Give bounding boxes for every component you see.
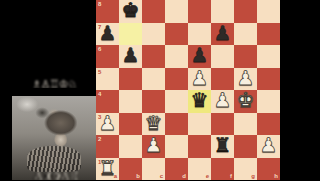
rank-label-6: 6 [98, 46, 101, 52]
piece-wp-f4[interactable]: ♟ [214, 90, 232, 110]
square-h6[interactable] [257, 45, 280, 68]
square-h1[interactable]: h [257, 158, 280, 181]
piece-wq-c3[interactable]: ♛ [145, 113, 163, 133]
square-d7[interactable] [165, 23, 188, 46]
square-c7[interactable] [142, 23, 165, 46]
square-c8[interactable] [142, 0, 165, 23]
square-a6[interactable]: 6 [96, 45, 119, 68]
square-c1[interactable]: c [142, 158, 165, 181]
square-g7[interactable] [234, 23, 257, 46]
square-b8[interactable]: ♚ [119, 0, 142, 23]
square-d3[interactable] [165, 113, 188, 136]
piece-wp-a3[interactable]: ♟ [99, 113, 117, 133]
square-f8[interactable] [211, 0, 234, 23]
square-a1[interactable]: 1a♜ [96, 158, 119, 181]
file-label-d: d [182, 173, 186, 179]
piece-bp-e6[interactable]: ♟ [191, 45, 209, 65]
square-c4[interactable] [142, 90, 165, 113]
file-label-e: e [206, 173, 209, 179]
square-e4[interactable]: ♛ [188, 90, 211, 113]
square-d4[interactable] [165, 90, 188, 113]
square-b2[interactable] [119, 135, 142, 158]
piece-wp-c2[interactable]: ♟ [145, 135, 163, 155]
piece-bp-b6[interactable]: ♟ [122, 45, 140, 65]
square-f1[interactable]: f [211, 158, 234, 181]
square-a4[interactable]: 4 [96, 90, 119, 113]
file-label-f: f [230, 173, 232, 179]
file-label-c: c [160, 173, 163, 179]
piece-wk-g4[interactable]: ♚ [237, 90, 255, 110]
rank-label-2: 2 [98, 136, 101, 142]
square-e3[interactable] [188, 113, 211, 136]
rank-label-5: 5 [98, 69, 101, 75]
square-b1[interactable]: b [119, 158, 142, 181]
square-d2[interactable] [165, 135, 188, 158]
square-b5[interactable] [119, 68, 142, 91]
piece-wp-g5[interactable]: ♟ [237, 68, 255, 88]
square-c2[interactable]: ♟ [142, 135, 165, 158]
square-h7[interactable] [257, 23, 280, 46]
photo-chess-pieces-top: ♗♙♖♔♘ [12, 79, 96, 88]
player-photo-bottom: ♙♜♚♙♖ [12, 96, 96, 180]
square-f4[interactable]: ♟ [211, 90, 234, 113]
square-e8[interactable] [188, 0, 211, 23]
piece-wp-e5[interactable]: ♟ [191, 68, 209, 88]
square-c6[interactable] [142, 45, 165, 68]
square-g3[interactable] [234, 113, 257, 136]
square-d6[interactable] [165, 45, 188, 68]
square-h8[interactable] [257, 0, 280, 23]
square-g1[interactable]: g [234, 158, 257, 181]
piece-bp-a7[interactable]: ♟ [99, 23, 117, 43]
square-a8[interactable]: 8 [96, 0, 119, 23]
square-d8[interactable] [165, 0, 188, 23]
player-photo-top: ♗♙♖♔♘ [12, 0, 96, 88]
square-h2[interactable]: ♟ [257, 135, 280, 158]
square-e6[interactable]: ♟ [188, 45, 211, 68]
file-label-g: g [251, 173, 255, 179]
square-d5[interactable] [165, 68, 188, 91]
square-g4[interactable]: ♚ [234, 90, 257, 113]
chess-board[interactable]: 8♚7♟♟6♟♟5♟♟4♛♟♚3♟♛2♟♜♟1a♜bcdefgh [96, 0, 280, 180]
square-e5[interactable]: ♟ [188, 68, 211, 91]
square-f2[interactable]: ♜ [211, 135, 234, 158]
file-label-h: h [274, 173, 278, 179]
thumbnail-stage: ♗♙♖♔♘ ♙♜♚♙♖ 8♚7♟♟6♟♟5♟♟4♛♟♚3♟♛2♟♜♟1a♜bcd… [0, 0, 320, 180]
photo-sweater-pattern [27, 146, 81, 171]
rank-label-8: 8 [98, 1, 101, 7]
square-c3[interactable]: ♛ [142, 113, 165, 136]
square-e2[interactable] [188, 135, 211, 158]
square-b6[interactable]: ♟ [119, 45, 142, 68]
square-a3[interactable]: 3♟ [96, 113, 119, 136]
square-h5[interactable] [257, 68, 280, 91]
square-a2[interactable]: 2 [96, 135, 119, 158]
piece-bq-e4[interactable]: ♛ [191, 90, 209, 110]
square-h4[interactable] [257, 90, 280, 113]
square-e7[interactable] [188, 23, 211, 46]
square-c5[interactable] [142, 68, 165, 91]
square-e1[interactable]: e [188, 158, 211, 181]
piece-bp-f7[interactable]: ♟ [214, 23, 232, 43]
square-d1[interactable]: d [165, 158, 188, 181]
square-b3[interactable] [119, 113, 142, 136]
piece-wr-a1[interactable]: ♜ [99, 158, 117, 178]
square-f5[interactable] [211, 68, 234, 91]
piece-bk-b8[interactable]: ♚ [122, 0, 140, 20]
square-g6[interactable] [234, 45, 257, 68]
square-f3[interactable] [211, 113, 234, 136]
photo-chess-pieces-bottom: ♙♜♚♙♖ [12, 171, 96, 180]
square-h3[interactable] [257, 113, 280, 136]
square-f6[interactable] [211, 45, 234, 68]
piece-wp-h2[interactable]: ♟ [260, 135, 278, 155]
square-b4[interactable] [119, 90, 142, 113]
square-g8[interactable] [234, 0, 257, 23]
square-g5[interactable]: ♟ [234, 68, 257, 91]
square-f7[interactable]: ♟ [211, 23, 234, 46]
rank-label-4: 4 [98, 91, 101, 97]
square-g2[interactable] [234, 135, 257, 158]
file-label-b: b [136, 173, 140, 179]
square-a5[interactable]: 5 [96, 68, 119, 91]
piece-br-f2[interactable]: ♜ [214, 135, 232, 155]
square-a7[interactable]: 7♟ [96, 23, 119, 46]
square-b7[interactable] [119, 23, 142, 46]
